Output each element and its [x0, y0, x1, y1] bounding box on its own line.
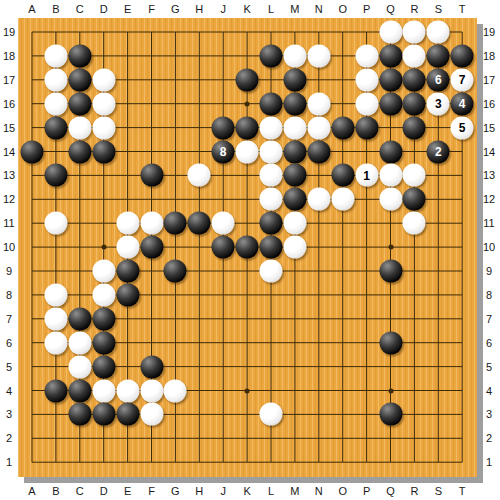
stone-black-C7 [68, 307, 91, 330]
stone-black-D7 [92, 307, 115, 330]
coord-label-top-G: G [171, 3, 180, 15]
star-point-K16 [245, 101, 250, 106]
stone-white-G4 [164, 379, 187, 402]
coord-label-bottom-J: J [220, 485, 226, 497]
stone-white-R19 [403, 21, 426, 44]
stone-white-F11 [140, 212, 163, 235]
stone-black-R16 [403, 92, 426, 115]
stone-black-Q6 [379, 331, 402, 354]
stone-white-B17 [44, 68, 67, 91]
coord-label-top-E: E [124, 3, 131, 15]
coord-label-left-6: 6 [6, 337, 12, 349]
stone-black-J10 [212, 236, 235, 259]
coord-label-right-6: 6 [486, 337, 492, 349]
coord-label-bottom-R: R [410, 485, 418, 497]
stone-black-L10 [260, 236, 283, 259]
stone-black-M14 [283, 140, 306, 163]
stone-white-L15 [260, 116, 283, 139]
stone-white-D8 [92, 283, 115, 306]
stone-black-G9 [164, 260, 187, 283]
stone-black-M17 [283, 68, 306, 91]
stone-white-C15 [68, 116, 91, 139]
stone-black-F10 [140, 236, 163, 259]
stone-black-A14 [21, 140, 44, 163]
coord-label-bottom-B: B [52, 485, 59, 497]
stone-black-S18 [427, 44, 450, 67]
stone-black-S17: 6 [427, 68, 450, 91]
stone-white-D4 [92, 379, 115, 402]
stone-white-M11 [283, 212, 306, 235]
stone-white-L13 [260, 164, 283, 187]
coord-label-bottom-G: G [171, 485, 180, 497]
stone-white-R11 [403, 212, 426, 235]
stone-white-E4 [116, 379, 139, 402]
stone-white-E11 [116, 212, 139, 235]
coord-label-top-C: C [76, 3, 84, 15]
stone-white-L12 [260, 188, 283, 211]
stone-black-T18 [451, 44, 474, 67]
coord-label-right-1: 1 [486, 456, 492, 468]
stone-white-C5 [68, 355, 91, 378]
stone-white-D16 [92, 92, 115, 115]
stone-black-C16 [68, 92, 91, 115]
coord-label-top-F: F [148, 3, 155, 15]
stone-white-R13 [403, 164, 426, 187]
stone-white-P13: 1 [355, 164, 378, 187]
stone-white-E10 [116, 236, 139, 259]
stone-white-P17 [355, 68, 378, 91]
coord-label-bottom-T: T [459, 485, 466, 497]
coord-label-left-16: 16 [3, 98, 15, 110]
coord-label-top-A: A [28, 3, 35, 15]
star-point-Q10 [388, 245, 393, 250]
coord-label-right-15: 15 [483, 122, 495, 134]
coord-label-top-J: J [220, 3, 226, 15]
coord-label-bottom-C: C [76, 485, 84, 497]
stone-white-Q13 [379, 164, 402, 187]
stone-white-B16 [44, 92, 67, 115]
stone-white-P18 [355, 44, 378, 67]
coord-label-right-17: 17 [483, 74, 495, 86]
stone-white-T15: 5 [451, 116, 474, 139]
stone-black-Q14 [379, 140, 402, 163]
stone-black-L16 [260, 92, 283, 115]
stone-white-D9 [92, 260, 115, 283]
stone-black-F13 [140, 164, 163, 187]
stone-black-M12 [283, 188, 306, 211]
stone-black-C4 [68, 379, 91, 402]
coord-label-left-12: 12 [3, 193, 15, 205]
go-board[interactable]: 67345821 [18, 18, 477, 477]
stone-white-P16 [355, 92, 378, 115]
stone-white-B11 [44, 212, 67, 235]
stone-black-F5 [140, 355, 163, 378]
coord-label-bottom-K: K [243, 485, 250, 497]
coord-label-bottom-M: M [290, 485, 299, 497]
stone-black-B13 [44, 164, 67, 187]
coord-label-right-7: 7 [486, 313, 492, 325]
stone-black-E3 [116, 403, 139, 426]
coord-label-left-4: 4 [6, 385, 12, 397]
stone-white-R18 [403, 44, 426, 67]
coord-label-top-P: P [363, 3, 370, 15]
stone-black-Q16 [379, 92, 402, 115]
stone-white-B18 [44, 44, 67, 67]
coord-label-top-N: N [315, 3, 323, 15]
coord-label-right-18: 18 [483, 50, 495, 62]
stone-white-S16: 3 [427, 92, 450, 115]
page: { "game": "go", "board": { "size": 19, "… [0, 0, 500, 500]
coord-label-bottom-L: L [268, 485, 274, 497]
coord-label-left-7: 7 [6, 313, 12, 325]
coord-label-bottom-F: F [148, 485, 155, 497]
coord-label-top-T: T [459, 3, 466, 15]
coord-label-bottom-P: P [363, 485, 370, 497]
stone-black-B15 [44, 116, 67, 139]
coord-label-left-10: 10 [3, 241, 15, 253]
coord-label-right-12: 12 [483, 193, 495, 205]
stone-black-Q3 [379, 403, 402, 426]
stone-black-D3 [92, 403, 115, 426]
stone-black-L11 [260, 212, 283, 235]
coord-label-bottom-N: N [315, 485, 323, 497]
stone-black-E9 [116, 260, 139, 283]
coord-label-right-10: 10 [483, 241, 495, 253]
stone-black-E8 [116, 283, 139, 306]
star-point-K4 [245, 388, 250, 393]
star-point-D10 [101, 245, 106, 250]
stone-white-T17: 7 [451, 68, 474, 91]
coord-label-right-8: 8 [486, 289, 492, 301]
coord-label-left-11: 11 [3, 217, 14, 229]
coord-label-bottom-H: H [195, 485, 203, 497]
coord-label-top-D: D [100, 3, 108, 15]
coord-label-right-19: 19 [483, 26, 495, 38]
coord-label-left-1: 1 [6, 456, 12, 468]
coord-label-left-2: 2 [6, 432, 12, 444]
stone-black-S14: 2 [427, 140, 450, 163]
stone-white-F4 [140, 379, 163, 402]
coord-label-left-18: 18 [3, 50, 15, 62]
stone-black-C17 [68, 68, 91, 91]
stone-white-F3 [140, 403, 163, 426]
coord-label-bottom-D: D [100, 485, 108, 497]
coord-label-right-5: 5 [486, 361, 492, 373]
coord-label-right-13: 13 [483, 169, 495, 181]
star-point-Q4 [388, 388, 393, 393]
stone-black-P15 [355, 116, 378, 139]
stone-black-O15 [331, 116, 354, 139]
stone-black-D5 [92, 355, 115, 378]
stone-white-S19 [427, 21, 450, 44]
coord-label-right-2: 2 [486, 432, 492, 444]
coord-label-top-K: K [243, 3, 250, 15]
stone-white-N15 [307, 116, 330, 139]
coord-label-left-19: 19 [3, 26, 15, 38]
stone-white-B7 [44, 307, 67, 330]
stone-white-O12 [331, 188, 354, 211]
stone-white-B6 [44, 331, 67, 354]
stone-white-M10 [283, 236, 306, 259]
stone-black-J14: 8 [212, 140, 235, 163]
stone-black-R15 [403, 116, 426, 139]
coord-label-top-L: L [268, 3, 274, 15]
stone-black-C18 [68, 44, 91, 67]
stone-black-J15 [212, 116, 235, 139]
stone-black-C14 [68, 140, 91, 163]
stone-white-L9 [260, 260, 283, 283]
stone-white-N12 [307, 188, 330, 211]
stone-white-B8 [44, 283, 67, 306]
coord-label-bottom-S: S [435, 485, 442, 497]
stone-black-R17 [403, 68, 426, 91]
stone-black-K17 [236, 68, 259, 91]
stone-white-Q12 [379, 188, 402, 211]
coord-label-bottom-O: O [338, 485, 347, 497]
coord-label-left-5: 5 [6, 361, 12, 373]
coord-label-right-11: 11 [483, 217, 494, 229]
stone-black-K10 [236, 236, 259, 259]
coord-label-right-16: 16 [483, 98, 495, 110]
stone-black-R12 [403, 188, 426, 211]
stone-white-N18 [307, 44, 330, 67]
coord-label-left-17: 17 [3, 74, 15, 86]
coord-label-bottom-E: E [124, 485, 131, 497]
stone-black-Q18 [379, 44, 402, 67]
stone-white-Q19 [379, 21, 402, 44]
coord-label-top-M: M [290, 3, 299, 15]
stone-black-B4 [44, 379, 67, 402]
stone-black-T16: 4 [451, 92, 474, 115]
coord-label-right-9: 9 [486, 265, 492, 277]
stone-black-M13 [283, 164, 306, 187]
coord-label-right-3: 3 [486, 408, 492, 420]
coord-label-top-H: H [195, 3, 203, 15]
coord-label-left-8: 8 [6, 289, 12, 301]
stone-white-N16 [307, 92, 330, 115]
stone-black-D6 [92, 331, 115, 354]
coord-label-top-B: B [52, 3, 59, 15]
coord-label-right-4: 4 [486, 385, 492, 397]
coord-label-left-3: 3 [6, 408, 12, 420]
stone-white-L3 [260, 403, 283, 426]
stone-white-M15 [283, 116, 306, 139]
stone-white-M18 [283, 44, 306, 67]
stone-white-J11 [212, 212, 235, 235]
coord-label-top-S: S [435, 3, 442, 15]
coord-label-bottom-Q: Q [386, 485, 395, 497]
coord-label-right-14: 14 [483, 146, 495, 158]
stone-white-D17 [92, 68, 115, 91]
stone-black-M16 [283, 92, 306, 115]
stone-white-K14 [236, 140, 259, 163]
stone-black-L18 [260, 44, 283, 67]
stone-black-D14 [92, 140, 115, 163]
stone-black-K15 [236, 116, 259, 139]
stone-black-Q17 [379, 68, 402, 91]
stone-black-O13 [331, 164, 354, 187]
coord-label-top-R: R [410, 3, 418, 15]
stone-black-N14 [307, 140, 330, 163]
stone-white-H13 [188, 164, 211, 187]
stone-white-L14 [260, 140, 283, 163]
coord-label-left-14: 14 [3, 146, 15, 158]
coord-label-top-O: O [338, 3, 347, 15]
stone-black-G11 [164, 212, 187, 235]
stone-white-C6 [68, 331, 91, 354]
coord-label-bottom-A: A [28, 485, 35, 497]
coord-label-left-15: 15 [3, 122, 15, 134]
coord-label-left-9: 9 [6, 265, 12, 277]
coord-label-top-Q: Q [386, 3, 395, 15]
stone-black-H11 [188, 212, 211, 235]
stone-black-C3 [68, 403, 91, 426]
stone-white-D15 [92, 116, 115, 139]
coord-label-left-13: 13 [3, 169, 15, 181]
stone-black-Q9 [379, 260, 402, 283]
